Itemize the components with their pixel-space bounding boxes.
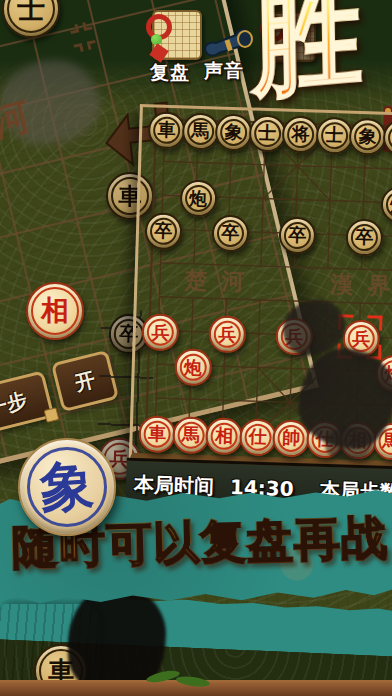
elephant-seal-piece: 象 xyxy=(18,438,116,536)
sound-button[interactable]: 声音 xyxy=(202,24,254,82)
river-text-right: 漢界 xyxy=(330,269,392,302)
bg-piece-elephant: 相 xyxy=(26,282,84,340)
replay-board-icon xyxy=(152,10,202,60)
seal-char: 象 xyxy=(38,449,97,526)
replay-button[interactable]: 复盘 xyxy=(148,10,200,82)
sound-label: 声音 xyxy=(204,58,244,84)
river-text-left: 楚河 xyxy=(184,264,259,297)
xiangqi-piece-象[interactable]: 象 xyxy=(349,117,387,155)
xiangqi-piece-馬[interactable]: 馬 xyxy=(181,112,219,150)
xiangqi-piece-車[interactable]: 車 xyxy=(148,111,186,149)
main-board-panel: 楚河 漢界 車馬象士将士象馬車炮炮卒卒卒卒卒兵兵兵兵兵炮炮車馬相仕帥仕相馬車 本… xyxy=(127,104,392,515)
victory-stamp: 胜 xyxy=(251,0,392,106)
replay-label: 复盘 xyxy=(150,60,190,86)
xiangqi-piece-士[interactable]: 士 xyxy=(315,116,353,154)
xiangqi-piece-士[interactable]: 士 xyxy=(248,114,286,152)
xiangqi-piece-馬[interactable]: 馬 xyxy=(172,416,210,454)
horn-icon xyxy=(202,26,254,60)
xiangqi-piece-仕[interactable]: 仕 xyxy=(239,418,277,456)
